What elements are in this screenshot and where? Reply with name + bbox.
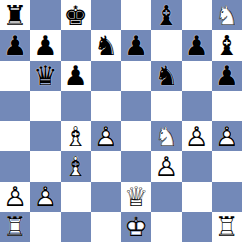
white-piece-outline-glyph: ♕ bbox=[121, 182, 151, 212]
white-piece-outline-glyph: ♔ bbox=[121, 212, 151, 242]
square-d6[interactable] bbox=[91, 61, 121, 91]
chess-board: ♜♚♝♞♘♟♟♞♟♟♝♛♟♞♟♝♗♟♙♞♘♟♙♟♙♝♗♟♙♟♙♟♙♛♕♜♖♚♔♜… bbox=[0, 0, 242, 242]
white-queen-e2[interactable]: ♛♕ bbox=[121, 182, 151, 212]
square-h3[interactable] bbox=[212, 151, 242, 181]
square-d4[interactable]: ♟♙ bbox=[91, 121, 121, 151]
square-h7[interactable]: ♝ bbox=[212, 30, 242, 60]
white-piece-fill-glyph: ♟ bbox=[212, 121, 242, 151]
square-a4[interactable] bbox=[0, 121, 30, 151]
square-h2[interactable] bbox=[212, 182, 242, 212]
square-c5[interactable] bbox=[61, 91, 91, 121]
square-a7[interactable]: ♟ bbox=[0, 30, 30, 60]
square-g4[interactable]: ♟♙ bbox=[182, 121, 212, 151]
square-g1[interactable] bbox=[182, 212, 212, 242]
square-f6[interactable]: ♞ bbox=[151, 61, 181, 91]
square-g7[interactable]: ♟ bbox=[182, 30, 212, 60]
square-e8[interactable] bbox=[121, 0, 151, 30]
black-rook-a8[interactable]: ♜ bbox=[0, 0, 30, 30]
square-b8[interactable] bbox=[30, 0, 60, 30]
black-bishop-f8[interactable]: ♝ bbox=[151, 0, 181, 30]
square-c8[interactable]: ♚ bbox=[61, 0, 91, 30]
square-e2[interactable]: ♛♕ bbox=[121, 182, 151, 212]
square-h5[interactable] bbox=[212, 91, 242, 121]
white-rook-a1[interactable]: ♜♖ bbox=[0, 212, 30, 242]
black-piece-glyph: ♜ bbox=[0, 0, 30, 30]
square-d8[interactable] bbox=[91, 0, 121, 30]
white-bishop-c3[interactable]: ♝♗ bbox=[61, 151, 91, 181]
square-b5[interactable] bbox=[30, 91, 60, 121]
white-rook-h1[interactable]: ♜♖ bbox=[212, 212, 242, 242]
white-piece-outline-glyph: ♖ bbox=[212, 212, 242, 242]
white-knight-f4[interactable]: ♞♘ bbox=[151, 121, 181, 151]
black-pawn-b7[interactable]: ♟ bbox=[30, 30, 60, 60]
white-piece-outline-glyph: ♙ bbox=[182, 121, 212, 151]
square-g2[interactable] bbox=[182, 182, 212, 212]
square-h6[interactable]: ♟ bbox=[212, 61, 242, 91]
white-pawn-g4[interactable]: ♟♙ bbox=[182, 121, 212, 151]
black-piece-glyph: ♟ bbox=[30, 30, 60, 60]
black-piece-glyph: ♟ bbox=[0, 30, 30, 60]
white-knight-h8[interactable]: ♞♘ bbox=[212, 0, 242, 30]
square-d7[interactable]: ♞ bbox=[91, 30, 121, 60]
square-b3[interactable] bbox=[30, 151, 60, 181]
square-f5[interactable] bbox=[151, 91, 181, 121]
square-c7[interactable] bbox=[61, 30, 91, 60]
square-f3[interactable]: ♟♙ bbox=[151, 151, 181, 181]
square-e6[interactable] bbox=[121, 61, 151, 91]
square-e5[interactable] bbox=[121, 91, 151, 121]
square-f2[interactable] bbox=[151, 182, 181, 212]
white-piece-fill-glyph: ♟ bbox=[0, 182, 30, 212]
white-piece-outline-glyph: ♗ bbox=[61, 121, 91, 151]
black-pawn-g7[interactable]: ♟ bbox=[182, 30, 212, 60]
white-piece-outline-glyph: ♘ bbox=[151, 121, 181, 151]
square-c3[interactable]: ♝♗ bbox=[61, 151, 91, 181]
white-piece-outline-glyph: ♗ bbox=[61, 151, 91, 181]
black-knight-f6[interactable]: ♞ bbox=[151, 61, 181, 91]
black-piece-glyph: ♟ bbox=[212, 61, 242, 91]
square-g5[interactable] bbox=[182, 91, 212, 121]
square-d2[interactable] bbox=[91, 182, 121, 212]
square-b1[interactable] bbox=[30, 212, 60, 242]
square-a8[interactable]: ♜ bbox=[0, 0, 30, 30]
black-pawn-e7[interactable]: ♟ bbox=[121, 30, 151, 60]
white-piece-fill-glyph: ♜ bbox=[0, 212, 30, 242]
white-piece-fill-glyph: ♟ bbox=[91, 121, 121, 151]
square-c6[interactable]: ♟ bbox=[61, 61, 91, 91]
black-piece-glyph: ♛ bbox=[30, 61, 60, 91]
square-b6[interactable]: ♛ bbox=[30, 61, 60, 91]
white-piece-fill-glyph: ♟ bbox=[151, 151, 181, 181]
square-g8[interactable] bbox=[182, 0, 212, 30]
white-piece-fill-glyph: ♞ bbox=[151, 121, 181, 151]
black-piece-glyph: ♞ bbox=[151, 61, 181, 91]
white-piece-fill-glyph: ♜ bbox=[212, 212, 242, 242]
square-h1[interactable]: ♜♖ bbox=[212, 212, 242, 242]
white-piece-fill-glyph: ♟ bbox=[182, 121, 212, 151]
white-bishop-c4[interactable]: ♝♗ bbox=[61, 121, 91, 151]
square-a3[interactable] bbox=[0, 151, 30, 181]
black-piece-glyph: ♞ bbox=[91, 30, 121, 60]
square-e7[interactable]: ♟ bbox=[121, 30, 151, 60]
square-f8[interactable]: ♝ bbox=[151, 0, 181, 30]
white-piece-outline-glyph: ♙ bbox=[0, 182, 30, 212]
square-b7[interactable]: ♟ bbox=[30, 30, 60, 60]
black-pawn-c6[interactable]: ♟ bbox=[61, 61, 91, 91]
white-pawn-b2[interactable]: ♟♙ bbox=[30, 182, 60, 212]
black-knight-d7[interactable]: ♞ bbox=[91, 30, 121, 60]
black-queen-b6[interactable]: ♛ bbox=[30, 61, 60, 91]
square-c4[interactable]: ♝♗ bbox=[61, 121, 91, 151]
black-piece-glyph: ♟ bbox=[61, 61, 91, 91]
square-f7[interactable] bbox=[151, 30, 181, 60]
square-g6[interactable] bbox=[182, 61, 212, 91]
square-e1[interactable]: ♚♔ bbox=[121, 212, 151, 242]
square-c2[interactable] bbox=[61, 182, 91, 212]
black-pawn-a7[interactable]: ♟ bbox=[0, 30, 30, 60]
square-a5[interactable] bbox=[0, 91, 30, 121]
black-king-c8[interactable]: ♚ bbox=[61, 0, 91, 30]
white-piece-fill-glyph: ♞ bbox=[212, 0, 242, 30]
white-pawn-h4[interactable]: ♟♙ bbox=[212, 121, 242, 151]
white-piece-fill-glyph: ♟ bbox=[30, 182, 60, 212]
square-e3[interactable] bbox=[121, 151, 151, 181]
white-piece-outline-glyph: ♙ bbox=[151, 151, 181, 181]
white-pawn-a2[interactable]: ♟♙ bbox=[0, 182, 30, 212]
white-pawn-d4[interactable]: ♟♙ bbox=[91, 121, 121, 151]
black-piece-glyph: ♟ bbox=[182, 30, 212, 60]
square-d5[interactable] bbox=[91, 91, 121, 121]
white-piece-fill-glyph: ♛ bbox=[121, 182, 151, 212]
square-e4[interactable] bbox=[121, 121, 151, 151]
square-g3[interactable] bbox=[182, 151, 212, 181]
square-h4[interactable]: ♟♙ bbox=[212, 121, 242, 151]
square-a1[interactable]: ♜♖ bbox=[0, 212, 30, 242]
white-king-e1[interactable]: ♚♔ bbox=[121, 212, 151, 242]
white-piece-outline-glyph: ♖ bbox=[0, 212, 30, 242]
white-piece-outline-glyph: ♘ bbox=[212, 0, 242, 30]
white-piece-fill-glyph: ♝ bbox=[61, 121, 91, 151]
square-h8[interactable]: ♞♘ bbox=[212, 0, 242, 30]
black-piece-glyph: ♝ bbox=[151, 0, 181, 30]
white-piece-fill-glyph: ♝ bbox=[61, 151, 91, 181]
square-f1[interactable] bbox=[151, 212, 181, 242]
white-piece-fill-glyph: ♚ bbox=[121, 212, 151, 242]
white-piece-outline-glyph: ♙ bbox=[212, 121, 242, 151]
square-a6[interactable] bbox=[0, 61, 30, 91]
black-piece-glyph: ♚ bbox=[61, 0, 91, 30]
square-c1[interactable] bbox=[61, 212, 91, 242]
black-bishop-h7[interactable]: ♝ bbox=[212, 30, 242, 60]
white-piece-outline-glyph: ♙ bbox=[30, 182, 60, 212]
square-b2[interactable]: ♟♙ bbox=[30, 182, 60, 212]
square-f4[interactable]: ♞♘ bbox=[151, 121, 181, 151]
black-piece-glyph: ♝ bbox=[212, 30, 242, 60]
square-b4[interactable] bbox=[30, 121, 60, 151]
square-d3[interactable] bbox=[91, 151, 121, 181]
square-d1[interactable] bbox=[91, 212, 121, 242]
black-piece-glyph: ♟ bbox=[121, 30, 151, 60]
black-pawn-h6[interactable]: ♟ bbox=[212, 61, 242, 91]
white-piece-outline-glyph: ♙ bbox=[91, 121, 121, 151]
square-a2[interactable]: ♟♙ bbox=[0, 182, 30, 212]
white-pawn-f3[interactable]: ♟♙ bbox=[151, 151, 181, 181]
